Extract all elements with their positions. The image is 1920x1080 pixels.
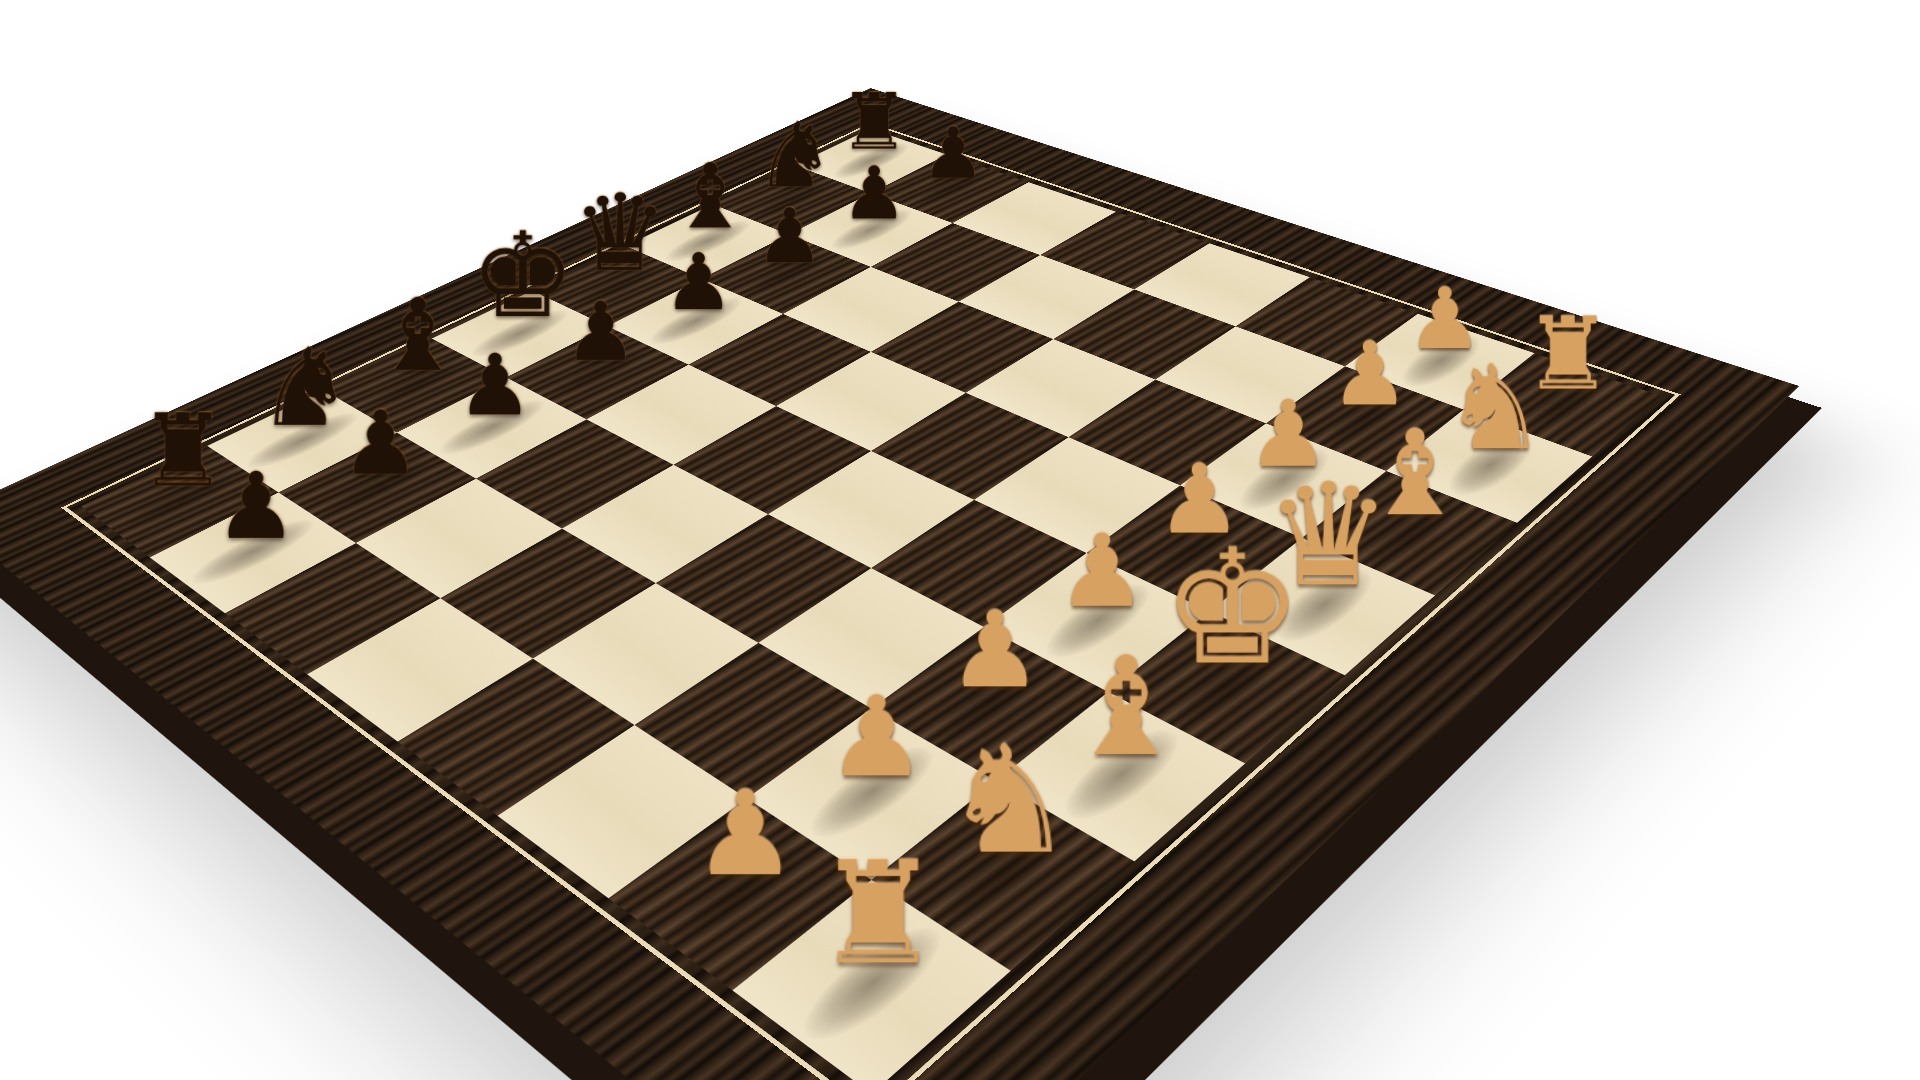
board-inner-gap: ♜♞♝♛♚♝♞♜♟♟♟♟♟♟♟♟♟♟♟♟♟♟♟♟♜♞♝♛♚♝♞♜ (67, 124, 1675, 1080)
board-frame: ♜♞♝♛♚♝♞♜♟♟♟♟♟♟♟♟♟♟♟♟♟♟♟♟♜♞♝♛♚♝♞♜ (0, 88, 1799, 1080)
board-inlay-line: ♜♞♝♛♚♝♞♜♟♟♟♟♟♟♟♟♟♟♟♟♟♟♟♟♜♞♝♛♚♝♞♜ (61, 123, 1681, 1080)
pawn-glyph: ♟ (162, 461, 350, 553)
pieces-layer: ♜♞♝♛♚♝♞♜♟♟♟♟♟♟♟♟♟♟♟♟♟♟♟♟♜♞♝♛♚♝♞♜ (81, 129, 1661, 1080)
chess-board: ♜♞♝♛♚♝♞♜♟♟♟♟♟♟♟♟♟♟♟♟♟♟♟♟♜♞♝♛♚♝♞♜ (0, 88, 1799, 1080)
rook-glyph: ♜ (750, 843, 1004, 984)
board-playfield: ♜♞♝♛♚♝♞♜♟♟♟♟♟♟♟♟♟♟♟♟♟♟♟♟♜♞♝♛♚♝♞♜ (81, 129, 1661, 1080)
photo-backdrop: ♜♞♝♛♚♝♞♜♟♟♟♟♟♟♟♟♟♟♟♟♟♟♟♟♜♞♝♛♚♝♞♜ (0, 0, 1920, 1080)
